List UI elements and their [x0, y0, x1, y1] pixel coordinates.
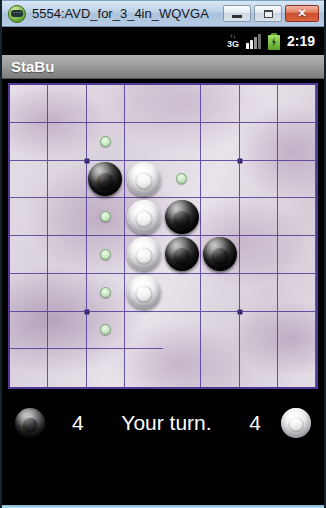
board-cell-h3[interactable] [278, 161, 316, 199]
white-disc: ○ [127, 237, 161, 271]
minimize-button[interactable] [223, 5, 251, 22]
maximize-button[interactable] [254, 5, 282, 22]
board-cell-h7[interactable] [278, 312, 316, 350]
board-cell-e7[interactable] [163, 312, 201, 350]
board-cell-h5[interactable] [278, 236, 316, 274]
board-cell-d7[interactable] [125, 312, 163, 350]
app-title-bar: StaBu [2, 55, 324, 79]
board-cell-b4[interactable] [48, 198, 86, 236]
white-score: 4 [249, 411, 261, 435]
android-status-bar: ↑↓ 3G 2:19 [2, 27, 324, 55]
board-cell-b8[interactable] [48, 349, 86, 387]
board-cell-f4[interactable] [201, 198, 239, 236]
board-cell-b6[interactable] [48, 274, 86, 312]
app-content: ●○○●○●●○ ● 4 Your turn. 4 ○ [2, 79, 324, 505]
board-cell-e8[interactable] [163, 349, 201, 387]
board-cell-a8[interactable] [10, 349, 48, 387]
board-cell-g6[interactable] [240, 274, 278, 312]
battery-charging-icon [268, 35, 280, 50]
board-cell-b3[interactable] [48, 161, 86, 199]
emulator-window: ··· 5554:AVD_for_3_4in_WQVGA ✕ ↑↓ 3G 2:1… [0, 0, 326, 508]
board-cell-f6[interactable] [201, 274, 239, 312]
black-disc: ● [165, 200, 199, 234]
black-disc: ● [203, 237, 237, 271]
board-cell-g4[interactable] [240, 198, 278, 236]
minimize-icon [232, 15, 242, 18]
status-time: 2:19 [287, 33, 315, 49]
board-cell-f7[interactable] [201, 312, 239, 350]
board-cell-c7[interactable] [87, 312, 125, 350]
window-controls: ✕ [223, 5, 319, 22]
black-score: 4 [72, 411, 84, 435]
board-cell-e5[interactable]: ● [163, 236, 201, 274]
white-disc: ○ [127, 162, 161, 196]
board-cell-c2[interactable] [87, 123, 125, 161]
board-cell-a4[interactable] [10, 198, 48, 236]
board-cell-a2[interactable] [10, 123, 48, 161]
move-hint-dot[interactable] [100, 136, 111, 147]
board-cell-b5[interactable] [48, 236, 86, 274]
board-cell-a3[interactable] [10, 161, 48, 199]
board-cell-e1[interactable] [163, 85, 201, 123]
move-hint-dot[interactable] [176, 173, 187, 184]
board-cell-c8[interactable] [87, 349, 125, 387]
window-title: 5554:AVD_for_3_4in_WQVGA [32, 6, 223, 21]
board-cell-c3[interactable]: ● [87, 161, 125, 199]
black-score-disc: ● [15, 408, 45, 438]
black-disc: ● [88, 162, 122, 196]
move-hint-dot[interactable] [100, 249, 111, 260]
board-cell-g2[interactable] [240, 123, 278, 161]
board-cell-c6[interactable] [87, 274, 125, 312]
board-cell-g8[interactable] [240, 349, 278, 387]
board-cell-c4[interactable] [87, 198, 125, 236]
app-title: StaBu [11, 58, 54, 75]
board-cell-e6[interactable] [163, 274, 201, 312]
close-button[interactable]: ✕ [285, 5, 319, 22]
white-score-disc: ○ [281, 408, 311, 438]
board-cell-f1[interactable] [201, 85, 239, 123]
board-cell-e4[interactable]: ● [163, 198, 201, 236]
board-cell-g3[interactable] [240, 161, 278, 199]
board-cell-h2[interactable] [278, 123, 316, 161]
charging-bolt-icon [271, 37, 276, 47]
board-cell-f5[interactable]: ● [201, 236, 239, 274]
board-cell-d2[interactable] [125, 123, 163, 161]
signal-strength-icon [246, 33, 261, 49]
emulator-app-icon: ··· [8, 5, 26, 23]
network-3g-icon: ↑↓ 3G [227, 33, 239, 49]
board-cell-h6[interactable] [278, 274, 316, 312]
white-disc: ○ [127, 200, 161, 234]
board-cell-d1[interactable] [125, 85, 163, 123]
board-cell-b2[interactable] [48, 123, 86, 161]
board-cell-a1[interactable] [10, 85, 48, 123]
window-titlebar: ··· 5554:AVD_for_3_4in_WQVGA ✕ [2, 0, 324, 27]
turn-message: Your turn. [84, 411, 250, 435]
board-cell-d5[interactable]: ○ [125, 236, 163, 274]
board-cell-a5[interactable] [10, 236, 48, 274]
board-cell-h8[interactable] [278, 349, 316, 387]
board-cell-h4[interactable] [278, 198, 316, 236]
black-disc: ● [165, 237, 199, 271]
white-disc: ○ [127, 275, 161, 309]
board-cell-g5[interactable] [240, 236, 278, 274]
board-cell-f8[interactable] [201, 349, 239, 387]
move-hint-dot[interactable] [100, 324, 111, 335]
board-cell-e2[interactable] [163, 123, 201, 161]
board-cell-c5[interactable] [87, 236, 125, 274]
board-cell-d4[interactable]: ○ [125, 198, 163, 236]
board-cell-b1[interactable] [48, 85, 86, 123]
board-cell-f3[interactable] [201, 161, 239, 199]
board-cell-c1[interactable] [87, 85, 125, 123]
board-cell-d3[interactable]: ○ [125, 161, 163, 199]
board-cell-e3[interactable] [163, 161, 201, 199]
board-cell-h1[interactable] [278, 85, 316, 123]
move-hint-dot[interactable] [100, 211, 111, 222]
board-cell-g7[interactable] [240, 312, 278, 350]
board-cell-a6[interactable] [10, 274, 48, 312]
info-bar: ● 4 Your turn. 4 ○ [2, 403, 324, 443]
board-cell-g1[interactable] [240, 85, 278, 123]
board-cell-d6[interactable]: ○ [125, 274, 163, 312]
board-cell-b7[interactable] [48, 312, 86, 350]
restore-icon [264, 10, 273, 18]
board-cell-f2[interactable] [201, 123, 239, 161]
game-board[interactable]: ●○○●○●●○ [8, 83, 318, 389]
board-cell-d8[interactable] [125, 349, 163, 387]
board-cell-a7[interactable] [10, 312, 48, 350]
emulator-icon-band: ··· [11, 10, 23, 17]
network-type-label: 3G [227, 40, 239, 49]
move-hint-dot[interactable] [100, 287, 111, 298]
